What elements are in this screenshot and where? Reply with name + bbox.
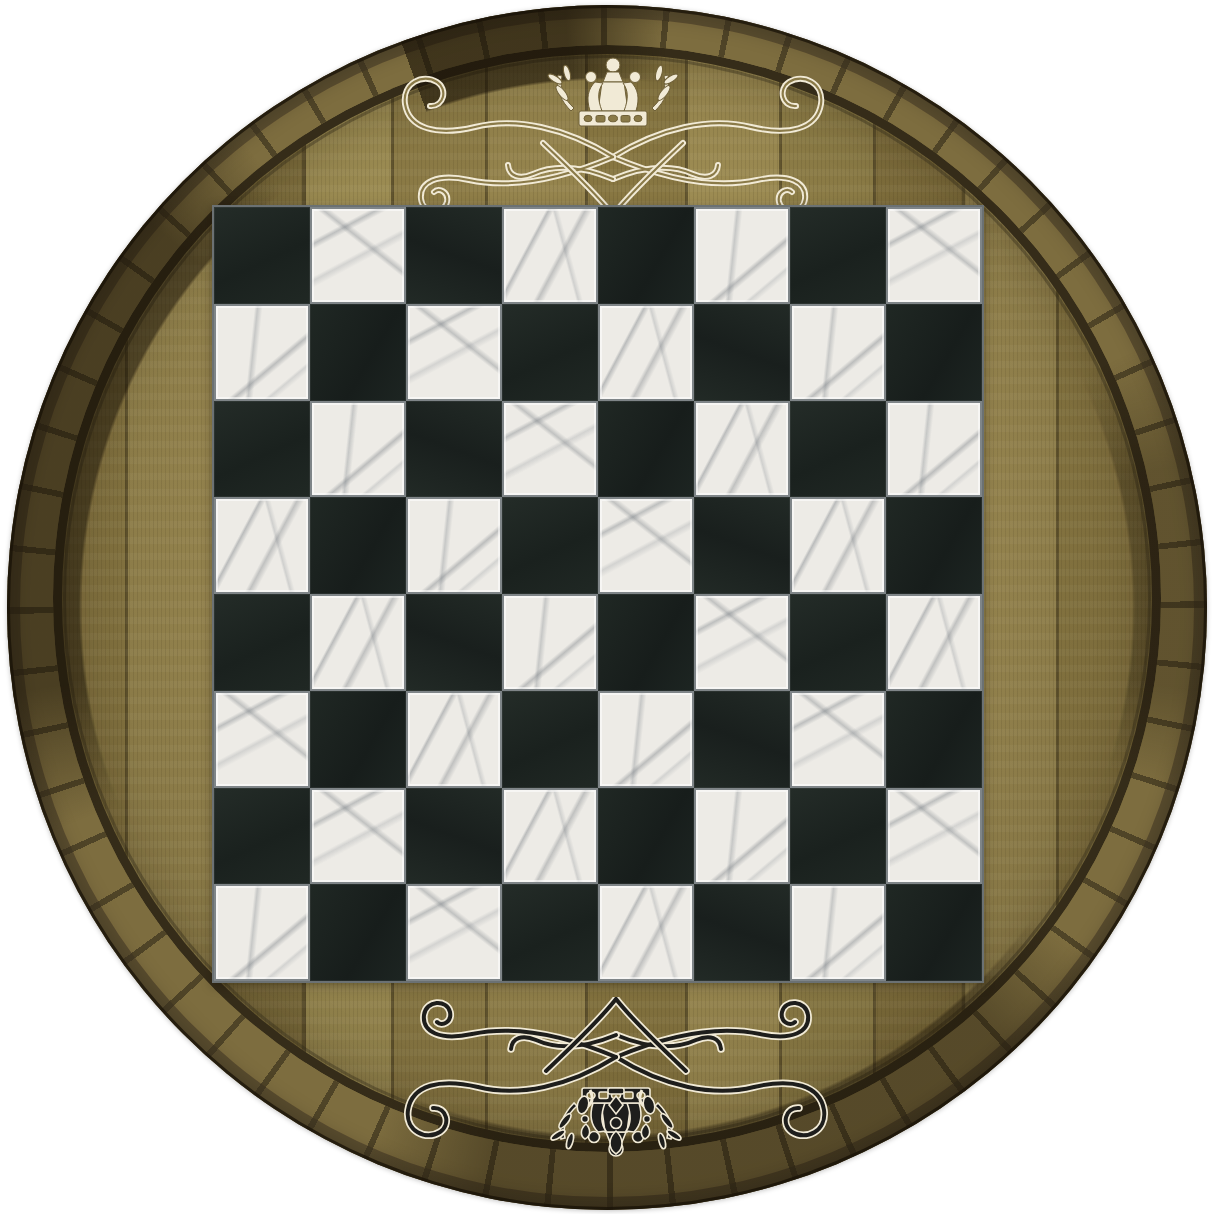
square-b8[interactable]	[310, 207, 406, 304]
square-a4[interactable]	[214, 594, 310, 691]
square-g8[interactable]	[790, 207, 886, 304]
square-g7[interactable]	[790, 304, 886, 401]
square-g3[interactable]	[790, 691, 886, 788]
square-b1[interactable]	[310, 884, 406, 981]
product-photo-background	[0, 0, 1214, 1214]
square-e3[interactable]	[598, 691, 694, 788]
square-g4[interactable]	[790, 594, 886, 691]
square-c8[interactable]	[406, 207, 502, 304]
square-h3[interactable]	[886, 691, 982, 788]
square-f7[interactable]	[694, 304, 790, 401]
square-h8[interactable]	[886, 207, 982, 304]
square-b7[interactable]	[310, 304, 406, 401]
square-a7[interactable]	[214, 304, 310, 401]
square-f5[interactable]	[694, 497, 790, 594]
square-d3[interactable]	[502, 691, 598, 788]
square-a8[interactable]	[214, 207, 310, 304]
square-h5[interactable]	[886, 497, 982, 594]
square-h4[interactable]	[886, 594, 982, 691]
square-e1[interactable]	[598, 884, 694, 981]
square-d5[interactable]	[502, 497, 598, 594]
square-e2[interactable]	[598, 788, 694, 885]
square-g5[interactable]	[790, 497, 886, 594]
square-a2[interactable]	[214, 788, 310, 885]
square-g2[interactable]	[790, 788, 886, 885]
square-b2[interactable]	[310, 788, 406, 885]
square-c5[interactable]	[406, 497, 502, 594]
square-h6[interactable]	[886, 401, 982, 498]
square-a1[interactable]	[214, 884, 310, 981]
square-c3[interactable]	[406, 691, 502, 788]
square-g6[interactable]	[790, 401, 886, 498]
square-d1[interactable]	[502, 884, 598, 981]
chess-board	[212, 205, 984, 983]
square-e8[interactable]	[598, 207, 694, 304]
square-d2[interactable]	[502, 788, 598, 885]
square-f3[interactable]	[694, 691, 790, 788]
square-c1[interactable]	[406, 884, 502, 981]
square-b6[interactable]	[310, 401, 406, 498]
square-c2[interactable]	[406, 788, 502, 885]
square-f4[interactable]	[694, 594, 790, 691]
square-f8[interactable]	[694, 207, 790, 304]
square-f6[interactable]	[694, 401, 790, 498]
square-d8[interactable]	[502, 207, 598, 304]
square-e5[interactable]	[598, 497, 694, 594]
square-a5[interactable]	[214, 497, 310, 594]
square-g1[interactable]	[790, 884, 886, 981]
square-h7[interactable]	[886, 304, 982, 401]
square-b3[interactable]	[310, 691, 406, 788]
square-e4[interactable]	[598, 594, 694, 691]
square-c6[interactable]	[406, 401, 502, 498]
square-f2[interactable]	[694, 788, 790, 885]
square-h2[interactable]	[886, 788, 982, 885]
square-b4[interactable]	[310, 594, 406, 691]
square-a6[interactable]	[214, 401, 310, 498]
square-d7[interactable]	[502, 304, 598, 401]
square-e6[interactable]	[598, 401, 694, 498]
square-h1[interactable]	[886, 884, 982, 981]
square-b5[interactable]	[310, 497, 406, 594]
square-f1[interactable]	[694, 884, 790, 981]
square-d6[interactable]	[502, 401, 598, 498]
square-c4[interactable]	[406, 594, 502, 691]
square-e7[interactable]	[598, 304, 694, 401]
square-c7[interactable]	[406, 304, 502, 401]
square-d4[interactable]	[502, 594, 598, 691]
square-a3[interactable]	[214, 691, 310, 788]
